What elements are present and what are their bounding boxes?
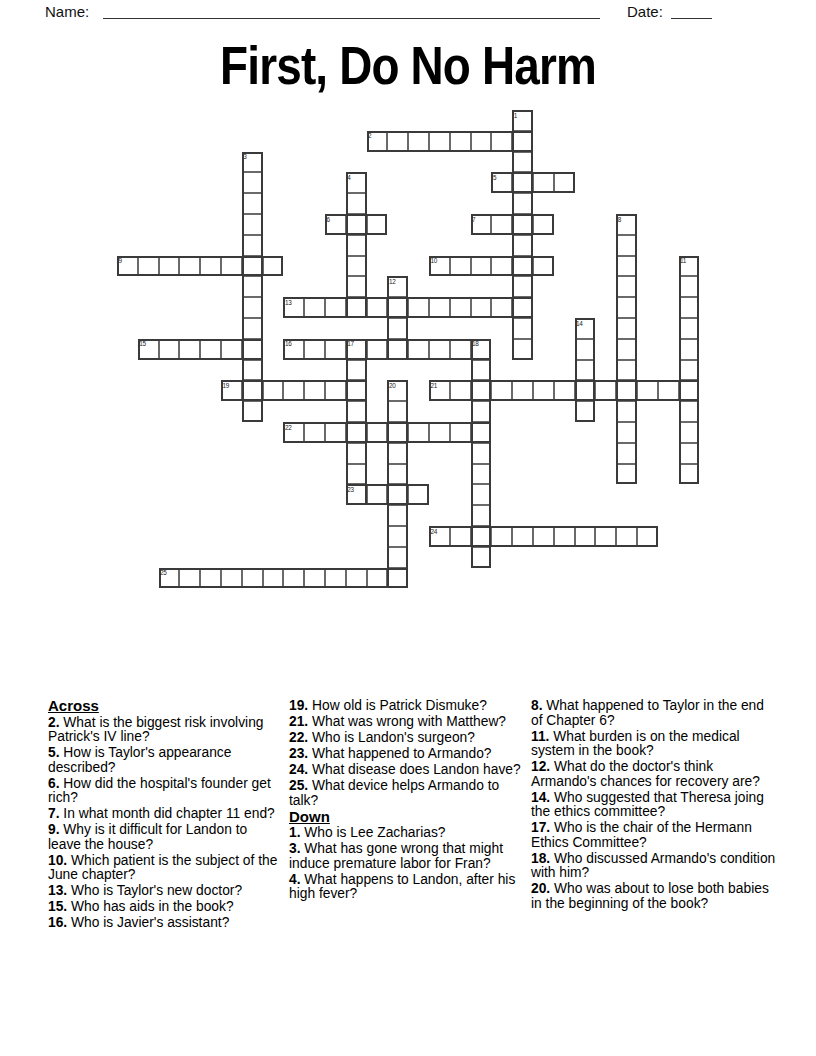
grid-cell[interactable] [179, 339, 200, 360]
grid-cell[interactable] [242, 193, 263, 214]
grid-cell[interactable] [242, 256, 263, 277]
clues-column-2: 19. How old is Patrick Dismuke?21. What … [289, 699, 522, 903]
grid-cell[interactable] [491, 172, 512, 193]
grid-cell[interactable] [450, 339, 471, 360]
grid-cell[interactable] [221, 256, 242, 277]
grid-cell[interactable] [138, 256, 159, 277]
grid-cell[interactable] [471, 297, 492, 318]
across-clue-5: 5. How is Taylor's appearance described? [48, 746, 281, 775]
grid-cell[interactable] [429, 526, 450, 547]
grid-cell[interactable] [491, 297, 512, 318]
grid-cell[interactable] [367, 214, 388, 235]
grid-cell[interactable] [325, 380, 346, 401]
grid-cell[interactable] [179, 256, 200, 277]
grid-cell[interactable] [554, 172, 575, 193]
across-clue-15: 15. Who has aids in the book? [48, 900, 281, 915]
name-line [103, 17, 600, 19]
grid-cell[interactable] [575, 339, 596, 360]
grid-cell[interactable] [533, 256, 554, 277]
grid-cell[interactable] [450, 422, 471, 443]
grid-cell[interactable] [512, 235, 533, 256]
grid-cell[interactable] [450, 256, 471, 277]
grid-cell[interactable] [471, 443, 492, 464]
grid-cell[interactable] [471, 422, 492, 443]
grid-cell[interactable] [346, 484, 367, 505]
across-clue-number: 10. [48, 853, 67, 868]
across-clue-2: 2. What is the biggest risk involving Pa… [48, 716, 281, 745]
grid-cell[interactable] [346, 360, 367, 381]
across-clue-number: 25. [289, 778, 308, 793]
grid-cell[interactable] [283, 380, 304, 401]
grid-cell[interactable] [679, 276, 700, 297]
across-clue-13: 13. Who is Taylor's new doctor? [48, 884, 281, 899]
grid-cell[interactable] [429, 422, 450, 443]
grid-cell[interactable] [575, 380, 596, 401]
grid-cell[interactable] [325, 214, 346, 235]
grid-cell[interactable] [221, 568, 242, 589]
grid-cell[interactable] [387, 464, 408, 485]
date-label: Date: [627, 3, 663, 20]
down-clue-number: 3. [289, 841, 301, 856]
grid-cell[interactable] [679, 318, 700, 339]
grid-cell[interactable] [679, 401, 700, 422]
grid-cell[interactable] [346, 568, 367, 589]
down-clue-18: 18. Who discussed Armando's condition wi… [531, 852, 779, 881]
grid-cell[interactable] [491, 256, 512, 277]
grid-cell[interactable] [325, 339, 346, 360]
grid-cell[interactable] [491, 526, 512, 547]
grid-cell[interactable] [221, 339, 242, 360]
grid-cell[interactable] [679, 297, 700, 318]
across-clue-22: 22. Who is Landon's surgeon? [289, 731, 522, 746]
grid-cell[interactable] [387, 547, 408, 568]
grid-cell[interactable] [471, 131, 492, 152]
grid-cell[interactable] [367, 422, 388, 443]
grid-cell[interactable] [408, 131, 429, 152]
puzzle-title: First, Do No Harm [61, 34, 755, 96]
grid-cell[interactable] [471, 339, 492, 360]
grid-cell[interactable] [200, 568, 221, 589]
grid-cell[interactable] [304, 297, 325, 318]
grid-cell[interactable] [159, 339, 180, 360]
grid-cell[interactable] [554, 380, 575, 401]
grid-cell[interactable] [429, 131, 450, 152]
grid-cell[interactable] [471, 380, 492, 401]
grid-cell[interactable] [554, 526, 575, 547]
down-clue-number: 1. [289, 825, 301, 840]
across-clue-19: 19. How old is Patrick Dismuke? [289, 699, 522, 714]
across-clue-number: 16. [48, 915, 67, 930]
grid-cell[interactable] [471, 360, 492, 381]
grid-cell[interactable] [283, 568, 304, 589]
grid-cell[interactable] [346, 235, 367, 256]
grid-cell[interactable] [242, 380, 263, 401]
across-clue-number: 15. [48, 899, 67, 914]
across-clue-10: 10. Which patient is the subject of the … [48, 854, 281, 883]
grid-cell[interactable] [408, 422, 429, 443]
grid-cell[interactable] [679, 256, 700, 277]
grid-cell[interactable] [387, 297, 408, 318]
grid-cell[interactable] [429, 297, 450, 318]
grid-cell[interactable] [512, 297, 533, 318]
grid-cell[interactable] [387, 339, 408, 360]
grid-cell[interactable] [346, 214, 367, 235]
grid-cell[interactable] [616, 443, 637, 464]
grid-cell[interactable] [512, 193, 533, 214]
grid-cell[interactable] [679, 380, 700, 401]
grid-cell[interactable] [325, 568, 346, 589]
grid-cell[interactable] [200, 256, 221, 277]
grid-cell[interactable] [450, 297, 471, 318]
grid-cell[interactable] [263, 256, 284, 277]
grid-cell[interactable] [575, 360, 596, 381]
across-clue-24: 24. What disease does Landon have? [289, 763, 522, 778]
grid-cell[interactable] [346, 443, 367, 464]
grid-cell[interactable] [471, 256, 492, 277]
grid-cell[interactable] [346, 380, 367, 401]
across-clue-number: 2. [48, 715, 60, 730]
grid-cell[interactable] [616, 464, 637, 485]
across-clue-16: 16. Who is Javier's assistant? [48, 916, 281, 931]
grid-cell[interactable] [304, 380, 325, 401]
grid-cell[interactable] [159, 568, 180, 589]
grid-cell[interactable] [595, 526, 616, 547]
grid-cell[interactable] [387, 380, 408, 401]
grid-cell[interactable] [367, 131, 388, 152]
grid-cell[interactable] [242, 276, 263, 297]
down-clue-8: 8. What happened to Taylor in the end of… [531, 699, 779, 728]
grid-cell[interactable] [512, 526, 533, 547]
grid-cell[interactable] [283, 297, 304, 318]
down-clue-number: 17. [531, 820, 550, 835]
across-clue-number: 6. [48, 776, 60, 791]
grid-cell[interactable] [367, 568, 388, 589]
grid-cell[interactable] [512, 152, 533, 173]
grid-cell[interactable] [387, 318, 408, 339]
grid-cell[interactable] [346, 422, 367, 443]
down-clue-17: 17. Who is the chair of the Hermann Ethi… [531, 821, 779, 850]
grid-cell[interactable] [450, 526, 471, 547]
down-clue-number: 18. [531, 851, 550, 866]
across-clue-number: 13. [48, 883, 67, 898]
down-clue-number: 20. [531, 881, 550, 896]
across-clue-7: 7. In what month did chapter 11 end? [48, 807, 281, 822]
grid-cell[interactable] [346, 193, 367, 214]
grid-cell[interactable] [679, 422, 700, 443]
down-clue-14: 14. Who suggested that Theresa joing the… [531, 791, 779, 820]
grid-cell[interactable] [471, 547, 492, 568]
grid-cell[interactable] [471, 526, 492, 547]
grid-cell[interactable] [200, 339, 221, 360]
grid-cell[interactable] [616, 235, 637, 256]
grid-cell[interactable] [304, 568, 325, 589]
across-clue-number: 22. [289, 730, 308, 745]
grid-cell[interactable] [283, 339, 304, 360]
grid-cell[interactable] [616, 380, 637, 401]
grid-cell[interactable] [179, 568, 200, 589]
grid-cell[interactable] [325, 297, 346, 318]
down-clue-20: 20. Who was about to lose both babies in… [531, 882, 779, 911]
grid-cell[interactable] [471, 505, 492, 526]
grid-cell[interactable] [242, 297, 263, 318]
down-clue-1: 1. Who is Lee Zacharias? [289, 826, 522, 841]
grid-cell[interactable] [346, 256, 367, 277]
grid-cell[interactable] [512, 172, 533, 193]
crossword-board: 1234567891011121314151617181920212223242… [117, 110, 700, 589]
across-clue-6: 6. How did the hospital's founder get ri… [48, 777, 281, 806]
grid-cell[interactable] [512, 380, 533, 401]
grid-cell[interactable] [387, 422, 408, 443]
grid-cell[interactable] [408, 484, 429, 505]
grid-cell[interactable] [450, 380, 471, 401]
grid-cell[interactable] [616, 214, 637, 235]
grid-cell[interactable] [512, 276, 533, 297]
clues-column-1: Across2. What is the biggest risk involv… [48, 699, 281, 932]
grid-cell[interactable] [387, 131, 408, 152]
grid-cell[interactable] [242, 360, 263, 381]
clues-column-3: 8. What happened to Taylor in the end of… [531, 699, 779, 913]
down-clue-4: 4. What happens to Landon, after his hig… [289, 873, 522, 902]
down-clue-3: 3. What has gone wrong that might induce… [289, 842, 522, 871]
across-clue-number: 24. [289, 762, 308, 777]
down-clue-number: 11. [531, 729, 549, 744]
across-clue-21: 21. What was wrong with Matthew? [289, 715, 522, 730]
grid-cell[interactable] [304, 339, 325, 360]
grid-cell[interactable] [658, 380, 679, 401]
grid-cell[interactable] [221, 380, 242, 401]
grid-cell[interactable] [616, 339, 637, 360]
grid-cell[interactable] [346, 172, 367, 193]
grid-cell[interactable] [616, 526, 637, 547]
grid-cell[interactable] [159, 256, 180, 277]
grid-cell[interactable] [533, 172, 554, 193]
grid-cell[interactable] [471, 484, 492, 505]
grid-cell[interactable] [491, 131, 512, 152]
grid-cell[interactable] [242, 214, 263, 235]
grid-cell[interactable] [242, 235, 263, 256]
grid-cell[interactable] [679, 339, 700, 360]
across-clue-23: 23. What happened to Armando? [289, 747, 522, 762]
grid-cell[interactable] [512, 214, 533, 235]
grid-cell[interactable] [242, 401, 263, 422]
grid-cell[interactable] [408, 297, 429, 318]
grid-cell[interactable] [575, 526, 596, 547]
grid-cell[interactable] [242, 172, 263, 193]
grid-cell[interactable] [471, 401, 492, 422]
grid-cell[interactable] [512, 339, 533, 360]
grid-cell[interactable] [387, 401, 408, 422]
across-heading: Across [48, 699, 281, 714]
grid-cell[interactable] [304, 422, 325, 443]
grid-cell[interactable] [512, 131, 533, 152]
grid-cell[interactable] [117, 256, 138, 277]
grid-cell[interactable] [367, 484, 388, 505]
grid-cell[interactable] [637, 526, 658, 547]
grid-cell[interactable] [471, 214, 492, 235]
grid-cell[interactable] [242, 318, 263, 339]
across-clue-number: 21. [289, 714, 308, 729]
grid-cell[interactable] [512, 110, 533, 131]
grid-cell[interactable] [408, 339, 429, 360]
grid-cell[interactable] [595, 380, 616, 401]
grid-cell[interactable] [450, 131, 471, 152]
grid-cell[interactable] [138, 339, 159, 360]
grid-cell[interactable] [533, 380, 554, 401]
grid-cell[interactable] [346, 464, 367, 485]
worksheet-page: Name: Date: First, Do No Harm 1234567891… [0, 0, 816, 1056]
across-clue-number: 19. [289, 698, 308, 713]
down-heading: Down [289, 810, 522, 825]
grid-cell[interactable] [346, 401, 367, 422]
grid-cell[interactable] [325, 422, 346, 443]
grid-cell[interactable] [429, 380, 450, 401]
grid-cell[interactable] [367, 339, 388, 360]
grid-cell[interactable] [575, 401, 596, 422]
across-clue-number: 5. [48, 745, 60, 760]
across-clue-9: 9. Why is it difficult for Landon to lea… [48, 823, 281, 852]
grid-cell[interactable] [346, 297, 367, 318]
grid-cell[interactable] [471, 464, 492, 485]
grid-cell[interactable] [616, 318, 637, 339]
down-clue-11: 11. What burden is on the medical system… [531, 730, 779, 759]
grid-cell[interactable] [346, 276, 367, 297]
grid-cell[interactable] [637, 380, 658, 401]
grid-cell[interactable] [387, 443, 408, 464]
grid-cell[interactable] [346, 339, 367, 360]
down-clue-number: 4. [289, 872, 301, 887]
grid-cell[interactable] [616, 360, 637, 381]
name-label: Name: [45, 3, 89, 20]
across-clue-number: 9. [48, 822, 60, 837]
grid-cell[interactable] [491, 380, 512, 401]
grid-cell[interactable] [679, 464, 700, 485]
grid-cell[interactable] [616, 422, 637, 443]
grid-cell[interactable] [367, 297, 388, 318]
down-clue-number: 14. [531, 790, 550, 805]
grid-cell[interactable] [429, 339, 450, 360]
grid-cell[interactable] [512, 256, 533, 277]
date-line [671, 17, 712, 19]
grid-cell[interactable] [387, 568, 408, 589]
grid-cell[interactable] [679, 360, 700, 381]
down-clue-number: 12. [531, 759, 550, 774]
grid-cell[interactable] [263, 568, 284, 589]
grid-cell[interactable] [533, 526, 554, 547]
grid-cell[interactable] [283, 422, 304, 443]
grid-cell[interactable] [491, 214, 512, 235]
grid-cell[interactable] [429, 256, 450, 277]
grid-cell[interactable] [387, 484, 408, 505]
grid-cell[interactable] [242, 152, 263, 173]
grid-cell[interactable] [533, 214, 554, 235]
grid-cell[interactable] [679, 443, 700, 464]
grid-cell[interactable] [242, 339, 263, 360]
down-clue-12: 12. What do the doctor's think Armando's… [531, 760, 779, 789]
grid-cell[interactable] [263, 380, 284, 401]
grid-cell[interactable] [387, 505, 408, 526]
grid-cell[interactable] [387, 276, 408, 297]
grid-cell[interactable] [616, 276, 637, 297]
down-clue-number: 8. [531, 698, 543, 713]
grid-cell[interactable] [512, 318, 533, 339]
grid-cell[interactable] [242, 568, 263, 589]
grid-cell[interactable] [616, 401, 637, 422]
across-clue-25: 25. What device helps Armando to talk? [289, 779, 522, 808]
across-clue-number: 7. [48, 806, 60, 821]
grid-cell[interactable] [575, 318, 596, 339]
grid-cell[interactable] [616, 256, 637, 277]
grid-cell[interactable] [387, 526, 408, 547]
across-clue-number: 23. [289, 746, 308, 761]
grid-cell[interactable] [616, 297, 637, 318]
